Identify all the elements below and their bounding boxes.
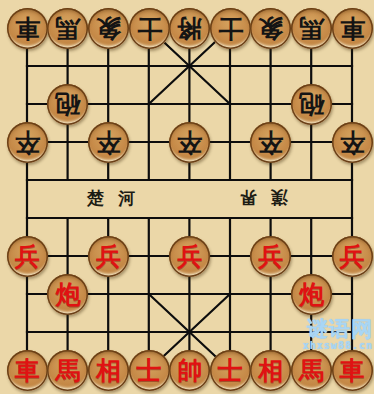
piece-glyph: 馬 xyxy=(55,358,80,383)
piece-black-象[interactable]: 象 xyxy=(88,8,129,49)
piece-red-帥[interactable]: 帥 xyxy=(169,350,210,391)
piece-red-炮[interactable]: 炮 xyxy=(291,274,332,315)
piece-glyph: 車 xyxy=(340,358,365,383)
piece-red-兵[interactable]: 兵 xyxy=(88,236,129,277)
piece-red-兵[interactable]: 兵 xyxy=(332,236,373,277)
piece-glyph: 馬 xyxy=(299,16,324,41)
piece-glyph: 卒 xyxy=(340,130,365,155)
piece-black-卒[interactable]: 卒 xyxy=(169,122,210,163)
piece-glyph: 卒 xyxy=(258,130,283,155)
piece-glyph: 將 xyxy=(177,16,202,41)
piece-glyph: 馬 xyxy=(299,358,324,383)
piece-glyph: 兵 xyxy=(177,244,202,269)
piece-glyph: 卒 xyxy=(96,130,121,155)
piece-red-士[interactable]: 士 xyxy=(210,350,251,391)
piece-black-卒[interactable]: 卒 xyxy=(88,122,129,163)
piece-black-卒[interactable]: 卒 xyxy=(332,122,373,163)
piece-red-兵[interactable]: 兵 xyxy=(169,236,210,277)
piece-glyph: 卒 xyxy=(177,130,202,155)
piece-black-馬[interactable]: 馬 xyxy=(291,8,332,49)
piece-glyph: 炮 xyxy=(55,282,80,307)
piece-glyph: 砲 xyxy=(299,92,324,117)
piece-red-兵[interactable]: 兵 xyxy=(250,236,291,277)
piece-glyph: 帥 xyxy=(177,358,202,383)
piece-glyph: 士 xyxy=(218,358,243,383)
piece-black-車[interactable]: 車 xyxy=(7,8,48,49)
piece-black-卒[interactable]: 卒 xyxy=(250,122,291,163)
piece-glyph: 象 xyxy=(258,16,283,41)
piece-red-馬[interactable]: 馬 xyxy=(47,350,88,391)
piece-black-車[interactable]: 車 xyxy=(332,8,373,49)
piece-glyph: 卒 xyxy=(15,130,40,155)
piece-glyph: 兵 xyxy=(258,244,283,269)
piece-black-砲[interactable]: 砲 xyxy=(291,84,332,125)
xiangqi-board[interactable]: 楚河 漢界 車馬象士將士象馬車砲砲卒卒卒卒卒兵兵兵兵兵炮炮車馬相士帥士相馬車 谜… xyxy=(0,0,374,394)
piece-glyph: 車 xyxy=(340,16,365,41)
piece-black-士[interactable]: 士 xyxy=(129,8,170,49)
piece-black-馬[interactable]: 馬 xyxy=(47,8,88,49)
pieces-layer: 車馬象士將士象馬車砲砲卒卒卒卒卒兵兵兵兵兵炮炮車馬相士帥士相馬車 xyxy=(7,9,372,389)
piece-red-兵[interactable]: 兵 xyxy=(7,236,48,277)
piece-black-卒[interactable]: 卒 xyxy=(7,122,48,163)
piece-glyph: 兵 xyxy=(340,244,365,269)
piece-glyph: 車 xyxy=(15,358,40,383)
piece-red-相[interactable]: 相 xyxy=(250,350,291,391)
piece-black-砲[interactable]: 砲 xyxy=(47,84,88,125)
piece-black-將[interactable]: 將 xyxy=(169,8,210,49)
piece-glyph: 士 xyxy=(137,16,162,41)
piece-black-士[interactable]: 士 xyxy=(210,8,251,49)
piece-red-炮[interactable]: 炮 xyxy=(47,274,88,315)
piece-red-車[interactable]: 車 xyxy=(7,350,48,391)
piece-red-馬[interactable]: 馬 xyxy=(291,350,332,391)
piece-glyph: 象 xyxy=(96,16,121,41)
piece-glyph: 相 xyxy=(96,358,121,383)
piece-glyph: 兵 xyxy=(96,244,121,269)
piece-glyph: 相 xyxy=(258,358,283,383)
piece-glyph: 士 xyxy=(218,16,243,41)
piece-red-車[interactable]: 車 xyxy=(332,350,373,391)
piece-black-象[interactable]: 象 xyxy=(250,8,291,49)
piece-red-士[interactable]: 士 xyxy=(129,350,170,391)
piece-glyph: 車 xyxy=(15,16,40,41)
piece-glyph: 砲 xyxy=(55,92,80,117)
piece-glyph: 兵 xyxy=(15,244,40,269)
piece-glyph: 炮 xyxy=(299,282,324,307)
piece-red-相[interactable]: 相 xyxy=(88,350,129,391)
piece-glyph: 士 xyxy=(137,358,162,383)
piece-glyph: 馬 xyxy=(55,16,80,41)
